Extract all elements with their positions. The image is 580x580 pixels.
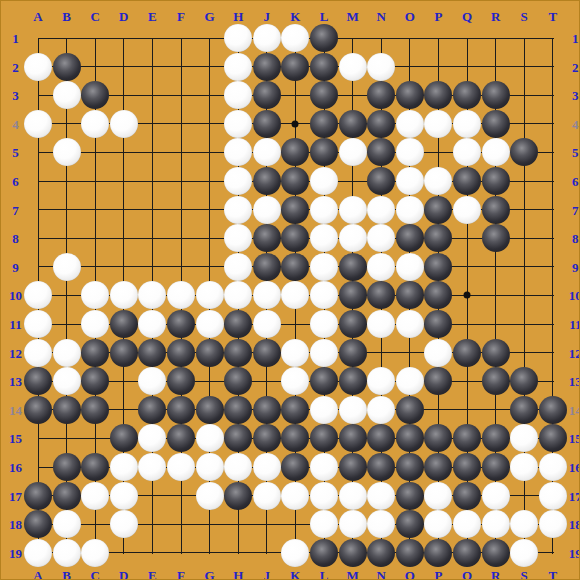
- go-stone-white[interactable]: [224, 110, 252, 138]
- go-stone-white[interactable]: [310, 339, 338, 367]
- go-stone-white[interactable]: [510, 510, 538, 538]
- go-stone-black[interactable]: [510, 396, 538, 424]
- coordinate-label-column: J: [264, 569, 271, 580]
- go-stone-white[interactable]: [196, 281, 224, 309]
- go-stone-black[interactable]: [167, 339, 195, 367]
- coordinate-label-column: P: [434, 9, 442, 22]
- coordinate-label-column: O: [405, 569, 415, 580]
- go-stone-white[interactable]: [167, 281, 195, 309]
- go-stone-black[interactable]: [253, 110, 281, 138]
- go-stone-white[interactable]: [253, 482, 281, 510]
- go-stone-black[interactable]: [253, 53, 281, 81]
- go-stone-black[interactable]: [396, 81, 424, 109]
- go-stone-black[interactable]: [339, 339, 367, 367]
- go-stone-black[interactable]: [367, 539, 395, 567]
- go-stone-white[interactable]: [339, 196, 367, 224]
- go-stone-black[interactable]: [453, 167, 481, 195]
- go-stone-white[interactable]: [367, 396, 395, 424]
- go-stone-black[interactable]: [53, 482, 81, 510]
- go-stone-white[interactable]: [310, 253, 338, 281]
- go-stone-black[interactable]: [482, 339, 510, 367]
- go-stone-black[interactable]: [53, 396, 81, 424]
- coordinate-label-row: 18: [9, 518, 22, 531]
- go-stone-white[interactable]: [453, 110, 481, 138]
- go-stone-black[interactable]: [24, 367, 52, 395]
- go-stone-black[interactable]: [224, 396, 252, 424]
- coordinate-label-row: 2: [12, 60, 19, 73]
- go-stone-black[interactable]: [453, 539, 481, 567]
- go-stone-black[interactable]: [396, 453, 424, 481]
- go-stone-white[interactable]: [224, 138, 252, 166]
- go-stone-black[interactable]: [482, 539, 510, 567]
- go-stone-white[interactable]: [196, 453, 224, 481]
- go-stone-black[interactable]: [224, 310, 252, 338]
- go-stone-black[interactable]: [367, 81, 395, 109]
- go-stone-black[interactable]: [253, 253, 281, 281]
- coordinate-label-row: 13: [569, 375, 580, 388]
- go-stone-black[interactable]: [396, 510, 424, 538]
- go-stone-black[interactable]: [81, 396, 109, 424]
- go-stone-black[interactable]: [196, 339, 224, 367]
- go-stone-black[interactable]: [253, 81, 281, 109]
- go-stone-black[interactable]: [281, 167, 309, 195]
- coordinate-label-column: T: [548, 569, 557, 580]
- go-stone-white[interactable]: [167, 453, 195, 481]
- go-stone-white[interactable]: [81, 310, 109, 338]
- go-stone-white[interactable]: [224, 24, 252, 52]
- go-stone-white[interactable]: [482, 138, 510, 166]
- go-stone-black[interactable]: [396, 224, 424, 252]
- go-stone-black[interactable]: [110, 339, 138, 367]
- coordinate-label-column: H: [233, 569, 243, 580]
- coordinate-label-column: D: [119, 569, 128, 580]
- go-stone-white[interactable]: [224, 453, 252, 481]
- go-stone-white[interactable]: [310, 510, 338, 538]
- go-stone-white[interactable]: [224, 81, 252, 109]
- go-stone-white[interactable]: [110, 482, 138, 510]
- coordinate-label-row: 5: [12, 146, 19, 159]
- go-stone-white[interactable]: [110, 510, 138, 538]
- go-stone-black[interactable]: [510, 138, 538, 166]
- go-stone-black[interactable]: [310, 367, 338, 395]
- coordinate-label-column: D: [119, 9, 128, 22]
- go-stone-white[interactable]: [367, 253, 395, 281]
- go-stone-white[interactable]: [81, 281, 109, 309]
- go-stone-white[interactable]: [453, 510, 481, 538]
- coordinate-label-column: K: [290, 9, 300, 22]
- coordinate-label-column: P: [434, 569, 442, 580]
- go-stone-black[interactable]: [339, 424, 367, 452]
- coordinate-label-row: 11: [569, 318, 580, 331]
- go-stone-black[interactable]: [138, 396, 166, 424]
- coordinate-label-row: 8: [12, 232, 19, 245]
- go-stone-white[interactable]: [24, 53, 52, 81]
- coordinate-label-row: 18: [569, 518, 580, 531]
- go-stone-black[interactable]: [453, 81, 481, 109]
- go-stone-black[interactable]: [424, 539, 452, 567]
- go-stone-white[interactable]: [253, 138, 281, 166]
- go-stone-white[interactable]: [510, 424, 538, 452]
- coordinate-label-column: T: [548, 9, 557, 22]
- go-stone-white[interactable]: [53, 339, 81, 367]
- coordinate-label-row: 3: [12, 89, 19, 102]
- go-stone-black[interactable]: [310, 110, 338, 138]
- go-stone-white[interactable]: [53, 138, 81, 166]
- go-stone-white[interactable]: [224, 53, 252, 81]
- go-stone-white[interactable]: [281, 367, 309, 395]
- coordinate-label-column: K: [290, 569, 300, 580]
- go-stone-white[interactable]: [424, 339, 452, 367]
- go-stone-white[interactable]: [539, 453, 567, 481]
- go-stone-black[interactable]: [424, 424, 452, 452]
- coordinate-label-column: M: [346, 569, 358, 580]
- go-stone-white[interactable]: [396, 253, 424, 281]
- go-stone-white[interactable]: [138, 281, 166, 309]
- go-stone-white[interactable]: [367, 367, 395, 395]
- go-stone-black[interactable]: [167, 424, 195, 452]
- go-stone-black[interactable]: [53, 53, 81, 81]
- go-stone-white[interactable]: [224, 281, 252, 309]
- go-stone-black[interactable]: [339, 110, 367, 138]
- go-stone-white[interactable]: [138, 310, 166, 338]
- coordinate-label-column: R: [491, 569, 500, 580]
- coordinate-label-row: 11: [9, 318, 21, 331]
- go-stone-black[interactable]: [110, 310, 138, 338]
- coordinate-label-column: N: [376, 9, 385, 22]
- coordinate-label-column: S: [521, 9, 528, 22]
- coordinate-label-column: F: [177, 569, 185, 580]
- go-stone-black[interactable]: [281, 253, 309, 281]
- go-stone-black[interactable]: [453, 339, 481, 367]
- go-stone-black[interactable]: [281, 138, 309, 166]
- go-stone-white[interactable]: [310, 224, 338, 252]
- go-stone-white[interactable]: [339, 224, 367, 252]
- go-stone-black[interactable]: [310, 81, 338, 109]
- go-stone-white[interactable]: [224, 167, 252, 195]
- go-stone-white[interactable]: [310, 482, 338, 510]
- go-stone-white[interactable]: [510, 453, 538, 481]
- go-stone-black[interactable]: [24, 482, 52, 510]
- go-stone-white[interactable]: [224, 253, 252, 281]
- go-stone-black[interactable]: [539, 424, 567, 452]
- go-stone-black[interactable]: [253, 396, 281, 424]
- coordinate-label-column: E: [148, 569, 157, 580]
- go-stone-white[interactable]: [453, 138, 481, 166]
- go-stone-black[interactable]: [310, 24, 338, 52]
- coordinate-label-row: 17: [569, 489, 580, 502]
- go-stone-white[interactable]: [453, 196, 481, 224]
- coordinate-label-column: S: [521, 569, 528, 580]
- go-stone-black[interactable]: [253, 167, 281, 195]
- go-stone-black[interactable]: [482, 224, 510, 252]
- go-stone-black[interactable]: [396, 539, 424, 567]
- go-stone-white[interactable]: [81, 110, 109, 138]
- coordinate-label-row: 8: [572, 232, 579, 245]
- coordinate-label-row: 6: [572, 175, 579, 188]
- go-stone-white[interactable]: [396, 310, 424, 338]
- go-stone-black[interactable]: [367, 138, 395, 166]
- go-stone-white[interactable]: [253, 281, 281, 309]
- coordinate-label-row: 3: [572, 89, 579, 102]
- go-stone-white[interactable]: [396, 196, 424, 224]
- coordinate-label-row: 12: [9, 346, 22, 359]
- go-stone-black[interactable]: [453, 424, 481, 452]
- go-stone-white[interactable]: [53, 367, 81, 395]
- coordinate-label-column: O: [405, 9, 415, 22]
- go-stone-white[interactable]: [138, 453, 166, 481]
- go-stone-black[interactable]: [339, 281, 367, 309]
- coordinate-label-row: 14: [9, 403, 22, 416]
- go-stone-white[interactable]: [281, 24, 309, 52]
- coordinate-label-column: C: [90, 9, 99, 22]
- coordinate-label-column: M: [346, 9, 358, 22]
- go-stone-black[interactable]: [424, 310, 452, 338]
- go-stone-black[interactable]: [482, 81, 510, 109]
- go-stone-white[interactable]: [253, 196, 281, 224]
- go-stone-black[interactable]: [310, 53, 338, 81]
- go-stone-black[interactable]: [253, 339, 281, 367]
- coordinate-label-column: J: [264, 9, 271, 22]
- go-stone-white[interactable]: [310, 453, 338, 481]
- go-stone-white[interactable]: [367, 224, 395, 252]
- go-stone-black[interactable]: [396, 482, 424, 510]
- go-stone-black[interactable]: [396, 424, 424, 452]
- coordinate-label-row: 9: [12, 260, 19, 273]
- go-stone-black[interactable]: [396, 281, 424, 309]
- go-stone-black[interactable]: [339, 453, 367, 481]
- go-stone-black[interactable]: [424, 453, 452, 481]
- go-stone-white[interactable]: [110, 281, 138, 309]
- go-stone-black[interactable]: [310, 138, 338, 166]
- go-stone-black[interactable]: [367, 167, 395, 195]
- coordinate-label-row: 10: [569, 289, 580, 302]
- coordinate-label-row: 1: [12, 32, 19, 45]
- go-stone-black[interactable]: [253, 424, 281, 452]
- go-stone-black[interactable]: [482, 110, 510, 138]
- go-stone-white[interactable]: [81, 539, 109, 567]
- coordinate-label-row: 15: [569, 432, 580, 445]
- go-stone-white[interactable]: [224, 224, 252, 252]
- go-stone-black[interactable]: [224, 424, 252, 452]
- go-stone-black[interactable]: [24, 396, 52, 424]
- go-stone-white[interactable]: [367, 196, 395, 224]
- go-stone-white[interactable]: [281, 281, 309, 309]
- coordinate-label-row: 16: [9, 461, 22, 474]
- coordinate-label-column: G: [205, 569, 215, 580]
- go-stone-white[interactable]: [110, 110, 138, 138]
- coordinate-label-column: A: [33, 569, 42, 580]
- coordinate-label-column: G: [205, 9, 215, 22]
- go-stone-white[interactable]: [81, 482, 109, 510]
- go-stone-black[interactable]: [367, 110, 395, 138]
- coordinate-label-column: A: [33, 9, 42, 22]
- go-stone-white[interactable]: [510, 539, 538, 567]
- go-stone-white[interactable]: [310, 281, 338, 309]
- go-stone-white[interactable]: [482, 510, 510, 538]
- go-stone-black[interactable]: [482, 367, 510, 395]
- go-stone-black[interactable]: [482, 167, 510, 195]
- go-stone-white[interactable]: [138, 424, 166, 452]
- go-stone-black[interactable]: [424, 196, 452, 224]
- go-stone-white[interactable]: [310, 310, 338, 338]
- go-stone-black[interactable]: [367, 281, 395, 309]
- go-stone-white[interactable]: [53, 510, 81, 538]
- go-stone-white[interactable]: [424, 167, 452, 195]
- coordinate-label-row: 4: [572, 117, 579, 130]
- go-stone-black[interactable]: [339, 539, 367, 567]
- coordinate-label-row: 14: [569, 403, 580, 416]
- coordinate-label-column: B: [62, 9, 71, 22]
- go-stone-white[interactable]: [424, 110, 452, 138]
- coordinate-label-row: 12: [569, 346, 580, 359]
- go-stone-black[interactable]: [424, 224, 452, 252]
- go-stone-black[interactable]: [281, 453, 309, 481]
- go-stone-black[interactable]: [339, 310, 367, 338]
- go-stone-black[interactable]: [453, 482, 481, 510]
- go-stone-black[interactable]: [281, 424, 309, 452]
- go-stone-white[interactable]: [367, 482, 395, 510]
- go-stone-black[interactable]: [281, 396, 309, 424]
- go-stone-black[interactable]: [339, 253, 367, 281]
- go-stone-white[interactable]: [396, 138, 424, 166]
- go-stone-white[interactable]: [367, 310, 395, 338]
- go-stone-black[interactable]: [281, 224, 309, 252]
- go-stone-black[interactable]: [24, 510, 52, 538]
- go-stone-black[interactable]: [453, 453, 481, 481]
- go-stone-white[interactable]: [339, 510, 367, 538]
- go-stone-black[interactable]: [167, 367, 195, 395]
- go-stone-white[interactable]: [310, 196, 338, 224]
- star-point: [464, 292, 471, 299]
- go-stone-white[interactable]: [24, 310, 52, 338]
- go-stone-white[interactable]: [281, 482, 309, 510]
- coordinate-label-row: 9: [572, 260, 579, 273]
- go-stone-black[interactable]: [510, 367, 538, 395]
- go-stone-black[interactable]: [81, 367, 109, 395]
- coordinate-label-column: Q: [462, 569, 472, 580]
- go-stone-black[interactable]: [539, 396, 567, 424]
- go-stone-white[interactable]: [253, 310, 281, 338]
- go-stone-white[interactable]: [24, 110, 52, 138]
- go-stone-white[interactable]: [339, 53, 367, 81]
- go-stone-black[interactable]: [339, 367, 367, 395]
- go-stone-white[interactable]: [339, 482, 367, 510]
- go-stone-white[interactable]: [424, 482, 452, 510]
- coordinate-label-row: 2: [572, 60, 579, 73]
- go-stone-white[interactable]: [281, 339, 309, 367]
- go-stone-white[interactable]: [138, 367, 166, 395]
- coordinate-label-column: N: [376, 569, 385, 580]
- coordinate-label-row: 19: [9, 546, 22, 559]
- go-stone-black[interactable]: [81, 81, 109, 109]
- go-stone-black[interactable]: [482, 453, 510, 481]
- go-stone-black[interactable]: [482, 424, 510, 452]
- go-stone-white[interactable]: [24, 339, 52, 367]
- go-stone-white[interactable]: [339, 396, 367, 424]
- go-stone-black[interactable]: [167, 310, 195, 338]
- coordinate-label-column: Q: [462, 9, 472, 22]
- go-stone-black[interactable]: [253, 224, 281, 252]
- go-board[interactable]: AABBCCDDEEFFGGHHJJKKLLMMNNOOPPQQRRSSTT11…: [0, 0, 580, 580]
- go-stone-white[interactable]: [367, 510, 395, 538]
- go-stone-black[interactable]: [482, 196, 510, 224]
- go-stone-white[interactable]: [53, 253, 81, 281]
- go-stone-black[interactable]: [424, 367, 452, 395]
- go-stone-white[interactable]: [196, 482, 224, 510]
- go-stone-white[interactable]: [539, 482, 567, 510]
- go-stone-white[interactable]: [53, 81, 81, 109]
- go-stone-black[interactable]: [367, 453, 395, 481]
- coordinate-label-row: 4: [12, 117, 19, 130]
- coordinate-label-row: 1: [572, 32, 579, 45]
- go-stone-black[interactable]: [138, 339, 166, 367]
- coordinate-label-row: 19: [569, 546, 580, 559]
- go-stone-white[interactable]: [310, 167, 338, 195]
- go-stone-white[interactable]: [482, 482, 510, 510]
- go-stone-black[interactable]: [310, 539, 338, 567]
- go-stone-white[interactable]: [196, 424, 224, 452]
- go-stone-black[interactable]: [110, 424, 138, 452]
- go-stone-black[interactable]: [367, 424, 395, 452]
- go-stone-black[interactable]: [224, 339, 252, 367]
- go-stone-white[interactable]: [253, 24, 281, 52]
- coordinate-label-row: 10: [9, 289, 22, 302]
- go-stone-black[interactable]: [224, 482, 252, 510]
- go-stone-black[interactable]: [81, 339, 109, 367]
- coordinate-label-column: R: [491, 9, 500, 22]
- go-stone-black[interactable]: [424, 253, 452, 281]
- go-stone-white[interactable]: [539, 510, 567, 538]
- coordinate-label-column: L: [320, 9, 329, 22]
- coordinate-label-row: 7: [12, 203, 19, 216]
- coordinate-label-row: 17: [9, 489, 22, 502]
- coordinate-label-column: H: [233, 9, 243, 22]
- go-stone-black[interactable]: [424, 81, 452, 109]
- go-stone-white[interactable]: [396, 367, 424, 395]
- go-stone-white[interactable]: [196, 310, 224, 338]
- go-stone-white[interactable]: [339, 138, 367, 166]
- go-stone-black[interactable]: [310, 424, 338, 452]
- coordinate-label-column: B: [62, 569, 71, 580]
- go-stone-black[interactable]: [281, 53, 309, 81]
- go-stone-white[interactable]: [310, 396, 338, 424]
- go-stone-white[interactable]: [396, 110, 424, 138]
- go-stone-black[interactable]: [53, 453, 81, 481]
- go-stone-black[interactable]: [281, 196, 309, 224]
- go-stone-white[interactable]: [281, 539, 309, 567]
- go-stone-white[interactable]: [53, 539, 81, 567]
- go-stone-white[interactable]: [110, 453, 138, 481]
- coordinate-label-column: C: [90, 569, 99, 580]
- go-stone-white[interactable]: [253, 453, 281, 481]
- coordinate-label-row: 16: [569, 461, 580, 474]
- go-stone-white[interactable]: [424, 510, 452, 538]
- go-stone-black[interactable]: [424, 281, 452, 309]
- star-point: [292, 120, 299, 127]
- go-stone-white[interactable]: [224, 196, 252, 224]
- coordinate-label-column: L: [320, 569, 329, 580]
- go-stone-white[interactable]: [24, 539, 52, 567]
- go-stone-black[interactable]: [396, 396, 424, 424]
- go-stone-white[interactable]: [24, 281, 52, 309]
- go-stone-white[interactable]: [367, 53, 395, 81]
- coordinate-label-row: 13: [9, 375, 22, 388]
- go-stone-black[interactable]: [81, 453, 109, 481]
- go-stone-black[interactable]: [167, 396, 195, 424]
- go-stone-black[interactable]: [196, 396, 224, 424]
- go-stone-white[interactable]: [396, 167, 424, 195]
- go-stone-black[interactable]: [224, 367, 252, 395]
